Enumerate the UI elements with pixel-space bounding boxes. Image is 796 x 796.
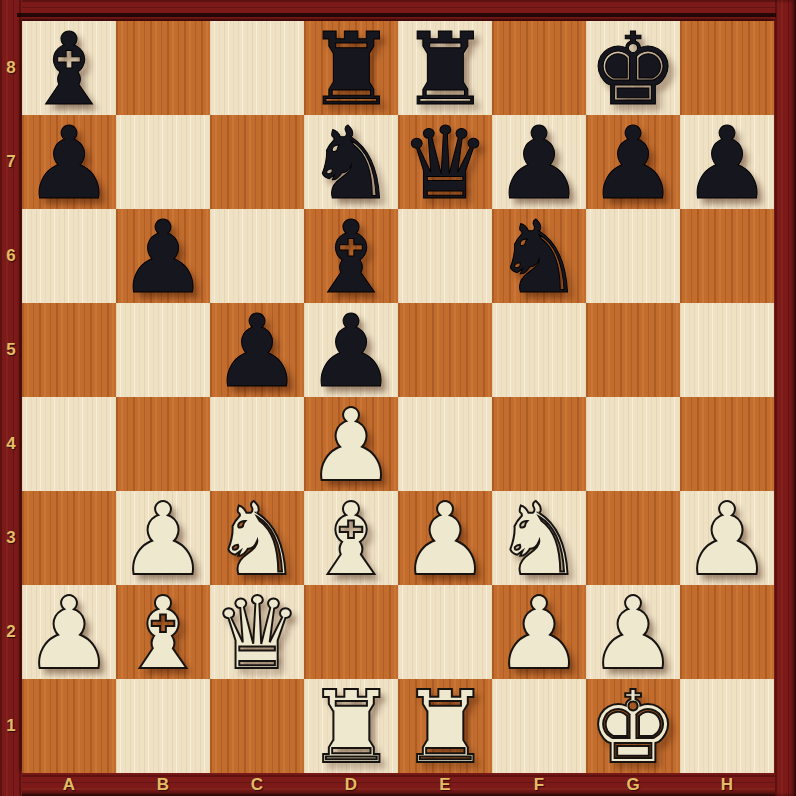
piece-black-queen[interactable]: ♛ (398, 115, 492, 209)
square-g4[interactable] (586, 397, 680, 491)
square-f6[interactable]: ♞ (492, 209, 586, 303)
square-c3[interactable]: ♞ (210, 491, 304, 585)
square-g6[interactable] (586, 209, 680, 303)
square-c6[interactable] (210, 209, 304, 303)
square-g3[interactable] (586, 491, 680, 585)
file-label-c: C (210, 774, 304, 796)
piece-black-king[interactable]: ♚ (586, 21, 680, 115)
rank-label-7: 7 (0, 115, 22, 209)
square-c7[interactable] (210, 115, 304, 209)
square-e1[interactable]: ♜ (398, 679, 492, 773)
square-d7[interactable]: ♞ (304, 115, 398, 209)
square-g1[interactable]: ♚ (586, 679, 680, 773)
board-frame-right (775, 0, 796, 796)
piece-white-queen[interactable]: ♛ (210, 585, 304, 679)
piece-black-rook[interactable]: ♜ (398, 21, 492, 115)
piece-white-pawn[interactable]: ♟ (680, 491, 774, 585)
rank-label-8: 8 (0, 21, 22, 115)
piece-black-knight[interactable]: ♞ (492, 209, 586, 303)
square-d4[interactable]: ♟ (304, 397, 398, 491)
square-b8[interactable] (116, 21, 210, 115)
piece-white-pawn[interactable]: ♟ (22, 585, 116, 679)
rank-label-1: 1 (0, 679, 22, 773)
square-c2[interactable]: ♛ (210, 585, 304, 679)
piece-black-knight[interactable]: ♞ (304, 115, 398, 209)
square-b4[interactable] (116, 397, 210, 491)
rank-label-6: 6 (0, 209, 22, 303)
square-d5[interactable]: ♟ (304, 303, 398, 397)
square-d3[interactable]: ♝ (304, 491, 398, 585)
file-label-g: G (586, 774, 680, 796)
square-f1[interactable] (492, 679, 586, 773)
file-label-d: D (304, 774, 398, 796)
square-g2[interactable]: ♟ (586, 585, 680, 679)
square-f4[interactable] (492, 397, 586, 491)
square-g5[interactable] (586, 303, 680, 397)
piece-black-bishop[interactable]: ♝ (304, 209, 398, 303)
square-f5[interactable] (492, 303, 586, 397)
rank-label-3: 3 (0, 491, 22, 585)
square-f3[interactable]: ♞ (492, 491, 586, 585)
square-c8[interactable] (210, 21, 304, 115)
square-h1[interactable] (680, 679, 774, 773)
square-b3[interactable]: ♟ (116, 491, 210, 585)
piece-black-pawn[interactable]: ♟ (22, 115, 116, 209)
square-a6[interactable] (22, 209, 116, 303)
square-h2[interactable] (680, 585, 774, 679)
square-b2[interactable]: ♝ (116, 585, 210, 679)
square-b1[interactable] (116, 679, 210, 773)
square-c5[interactable]: ♟ (210, 303, 304, 397)
square-e5[interactable] (398, 303, 492, 397)
piece-white-pawn[interactable]: ♟ (116, 491, 210, 585)
piece-white-pawn[interactable]: ♟ (492, 585, 586, 679)
piece-black-bishop[interactable]: ♝ (22, 21, 116, 115)
rank-label-2: 2 (0, 585, 22, 679)
piece-white-pawn[interactable]: ♟ (398, 491, 492, 585)
piece-white-rook[interactable]: ♜ (398, 679, 492, 773)
square-a3[interactable] (22, 491, 116, 585)
square-e6[interactable] (398, 209, 492, 303)
square-h8[interactable] (680, 21, 774, 115)
square-h7[interactable]: ♟ (680, 115, 774, 209)
square-g8[interactable]: ♚ (586, 21, 680, 115)
square-d6[interactable]: ♝ (304, 209, 398, 303)
piece-white-knight[interactable]: ♞ (492, 491, 586, 585)
square-a4[interactable] (22, 397, 116, 491)
chess-board: ♝♜♜♚♟♞♛♟♟♟♟♝♞♟♟♟♟♞♝♟♞♟♟♝♛♟♟♜♜♚ (22, 21, 774, 773)
square-e2[interactable] (398, 585, 492, 679)
piece-white-pawn[interactable]: ♟ (586, 585, 680, 679)
piece-white-knight[interactable]: ♞ (210, 491, 304, 585)
square-h6[interactable] (680, 209, 774, 303)
file-label-a: A (22, 774, 116, 796)
square-g7[interactable]: ♟ (586, 115, 680, 209)
file-label-e: E (398, 774, 492, 796)
square-b7[interactable] (116, 115, 210, 209)
square-d8[interactable]: ♜ (304, 21, 398, 115)
chess-board-screenshot: ♝♜♜♚♟♞♛♟♟♟♟♝♞♟♟♟♟♞♝♟♞♟♟♝♛♟♟♜♜♚ 87654321A… (0, 0, 796, 796)
piece-black-pawn[interactable]: ♟ (210, 303, 304, 397)
rank-label-4: 4 (0, 397, 22, 491)
piece-white-pawn[interactable]: ♟ (304, 397, 398, 491)
square-e3[interactable]: ♟ (398, 491, 492, 585)
square-a7[interactable]: ♟ (22, 115, 116, 209)
piece-white-bishop[interactable]: ♝ (304, 491, 398, 585)
piece-black-pawn[interactable]: ♟ (586, 115, 680, 209)
file-label-h: H (680, 774, 774, 796)
piece-white-king[interactable]: ♚ (586, 679, 680, 773)
square-h5[interactable] (680, 303, 774, 397)
square-a1[interactable] (22, 679, 116, 773)
file-label-b: B (116, 774, 210, 796)
square-f8[interactable] (492, 21, 586, 115)
piece-black-pawn[interactable]: ♟ (680, 115, 774, 209)
square-b6[interactable]: ♟ (116, 209, 210, 303)
square-e7[interactable]: ♛ (398, 115, 492, 209)
square-f2[interactable]: ♟ (492, 585, 586, 679)
square-d1[interactable]: ♜ (304, 679, 398, 773)
square-h3[interactable]: ♟ (680, 491, 774, 585)
square-c4[interactable] (210, 397, 304, 491)
square-a5[interactable] (22, 303, 116, 397)
piece-black-pawn[interactable]: ♟ (492, 115, 586, 209)
rank-label-5: 5 (0, 303, 22, 397)
square-b5[interactable] (116, 303, 210, 397)
piece-white-bishop[interactable]: ♝ (116, 585, 210, 679)
square-f7[interactable]: ♟ (492, 115, 586, 209)
square-d2[interactable] (304, 585, 398, 679)
square-c1[interactable] (210, 679, 304, 773)
square-a8[interactable]: ♝ (22, 21, 116, 115)
piece-black-pawn[interactable]: ♟ (304, 303, 398, 397)
piece-white-rook[interactable]: ♜ (304, 679, 398, 773)
piece-black-rook[interactable]: ♜ (304, 21, 398, 115)
piece-black-pawn[interactable]: ♟ (116, 209, 210, 303)
square-e8[interactable]: ♜ (398, 21, 492, 115)
square-a2[interactable]: ♟ (22, 585, 116, 679)
square-e4[interactable] (398, 397, 492, 491)
square-h4[interactable] (680, 397, 774, 491)
file-label-f: F (492, 774, 586, 796)
